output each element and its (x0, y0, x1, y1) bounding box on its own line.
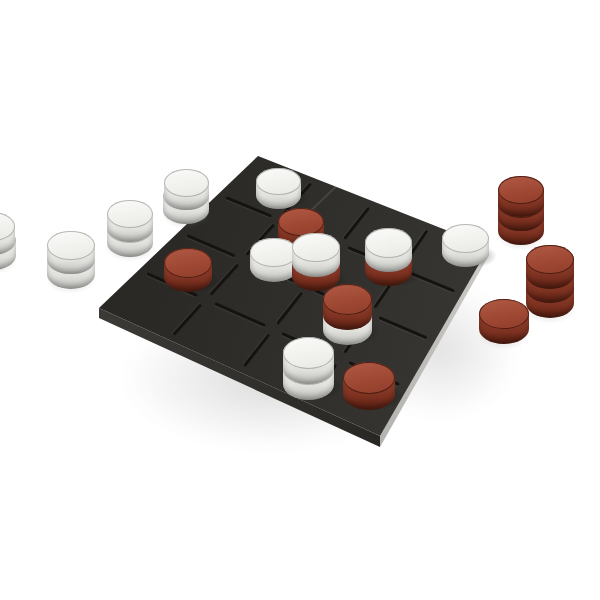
disc-top (442, 224, 489, 253)
disc-white-r4c3-level2[interactable] (283, 337, 334, 384)
disc-white-white-reserve-1-level2[interactable] (0, 212, 15, 255)
disc-red-r3c1[interactable] (164, 248, 212, 292)
disc-top (164, 169, 209, 197)
disc-top (479, 299, 529, 330)
disc-top (47, 231, 94, 260)
disc-top (283, 337, 334, 369)
disc-red-r4c4[interactable] (343, 362, 395, 410)
disc-red-r3c3-level2[interactable] (323, 284, 372, 329)
disc-white-r1c4[interactable] (442, 224, 489, 267)
disc-red-red-reserve-2-level3[interactable] (526, 245, 574, 289)
disc-white-r3c2[interactable] (250, 238, 298, 282)
disc-top (365, 228, 412, 257)
disc-top (498, 176, 543, 204)
disc-top (292, 233, 339, 262)
disc-red-red-reserve-1-level3[interactable] (498, 176, 543, 218)
disc-white-r2c3-level2[interactable] (365, 228, 412, 272)
disc-white-r1c1[interactable] (256, 168, 301, 209)
disc-top (323, 284, 372, 315)
disc-top (526, 245, 574, 275)
disc-white-r2c2-level2[interactable] (292, 233, 339, 277)
disc-white-white-reserve-3-level2[interactable] (107, 200, 153, 243)
disc-top (250, 238, 298, 268)
disc-white-white-reserve-2-level2[interactable] (47, 231, 94, 275)
disc-red-red-reserve-3[interactable] (479, 299, 529, 345)
disc-top (164, 248, 212, 278)
product-photo-scene (0, 0, 600, 600)
disc-white-white-reserve-4-level2[interactable] (164, 169, 209, 211)
